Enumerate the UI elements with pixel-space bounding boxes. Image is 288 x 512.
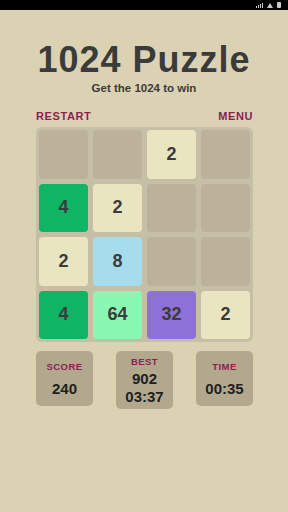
- signal-icon: [256, 2, 263, 8]
- empty-cell-r2c3: [201, 237, 250, 286]
- empty-cell-r0c0: [39, 130, 88, 179]
- time-label: TIME: [196, 360, 253, 373]
- tile-2-r1c1: 2: [93, 184, 142, 233]
- tile-4-r1c0: 4: [39, 184, 88, 233]
- time-box: TIME 00:35: [196, 351, 253, 406]
- page-subtitle: Get the 1024 to win: [0, 82, 288, 95]
- tile-32-r3c2: 32: [147, 291, 196, 340]
- menu-bar: RESTART MENU: [36, 110, 253, 122]
- score-value: 240: [36, 380, 93, 397]
- empty-cell-r2c2: [147, 237, 196, 286]
- tile-64-r3c1: 64: [93, 291, 142, 340]
- restart-button[interactable]: RESTART: [36, 110, 91, 122]
- empty-cell-r0c3: [201, 130, 250, 179]
- best-score-value: 902: [116, 370, 173, 387]
- empty-cell-r1c3: [201, 184, 250, 233]
- tile-2-r3c3: 2: [201, 291, 250, 340]
- tile-2-r0c2: 2: [147, 130, 196, 179]
- score-label: SCORE: [36, 360, 93, 373]
- wifi-icon: [267, 3, 273, 8]
- tile-4-r3c0: 4: [39, 291, 88, 340]
- best-time-value: 03:37: [116, 388, 173, 405]
- menu-button[interactable]: MENU: [218, 110, 253, 122]
- best-label: BEST: [116, 355, 173, 368]
- battery-icon: [277, 2, 281, 8]
- page-title: 1024 Puzzle: [0, 41, 288, 78]
- board[interactable]: 24228464322: [36, 127, 253, 342]
- stats-row: SCORE 240 BEST 902 03:37 TIME 00:35: [36, 351, 253, 409]
- status-bar: [0, 0, 288, 10]
- app-screen: 1024 Puzzle Get the 1024 to win RESTART …: [0, 0, 288, 512]
- time-value: 00:35: [196, 380, 253, 397]
- score-box: SCORE 240: [36, 351, 93, 406]
- best-box: BEST 902 03:37: [116, 351, 173, 409]
- empty-cell-r0c1: [93, 130, 142, 179]
- empty-cell-r1c2: [147, 184, 196, 233]
- tile-2-r2c0: 2: [39, 237, 88, 286]
- tile-8-r2c1: 8: [93, 237, 142, 286]
